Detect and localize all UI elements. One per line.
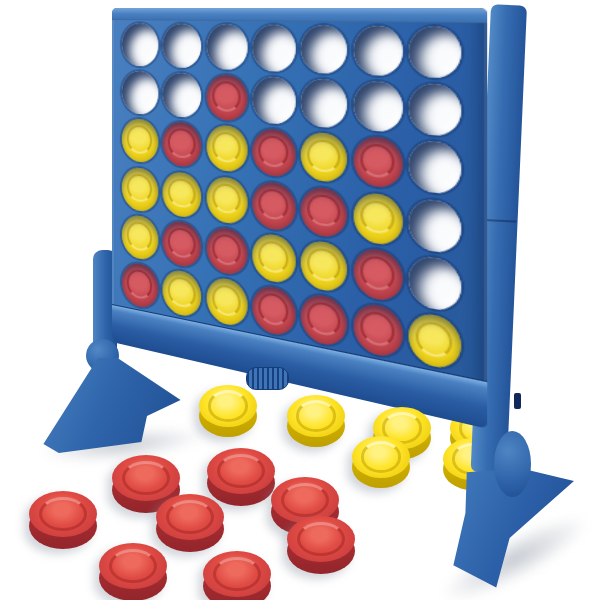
cell-r6c3-yellow-disc[interactable]	[206, 276, 247, 329]
yellow-disc-face	[199, 385, 257, 427]
cell-r2c2-empty[interactable]	[163, 72, 202, 118]
cell-r5c3-red-disc[interactable]	[206, 225, 247, 277]
red-disc-face	[207, 448, 275, 494]
cell-r5c1-yellow-disc[interactable]	[122, 213, 159, 262]
cell-r6c1-red-disc[interactable]	[122, 261, 159, 311]
red-disc-face	[29, 491, 97, 537]
loose-red-disc-8[interactable]	[203, 551, 271, 600]
cell-r3c7-empty[interactable]	[408, 140, 461, 196]
cell-r1c2-empty[interactable]	[163, 23, 202, 68]
cell-r3c1-yellow-disc[interactable]	[122, 118, 159, 164]
loose-red-disc-6[interactable]	[287, 516, 355, 574]
cell-r2c6-empty[interactable]	[353, 80, 402, 133]
table-scene	[0, 0, 600, 600]
cell-r6c2-yellow-disc[interactable]	[163, 268, 202, 319]
cell-r4c4-red-disc[interactable]	[252, 180, 295, 232]
cell-r1c7-empty[interactable]	[408, 26, 461, 79]
cell-r5c5-yellow-disc[interactable]	[301, 239, 347, 294]
cell-r5c2-red-disc[interactable]	[163, 219, 202, 269]
right-stand-hinge	[494, 431, 531, 497]
cell-r4c7-empty[interactable]	[408, 197, 461, 255]
cell-r6c6-red-disc[interactable]	[353, 301, 402, 360]
cell-r5c4-yellow-disc[interactable]	[252, 232, 295, 285]
cell-r1c4-empty[interactable]	[252, 24, 295, 72]
cell-r3c2-red-disc[interactable]	[163, 121, 202, 169]
red-disc-face	[287, 516, 355, 562]
cell-r6c5-red-disc[interactable]	[301, 292, 347, 349]
cell-r5c7-empty[interactable]	[408, 254, 461, 314]
cell-r3c5-yellow-disc[interactable]	[301, 132, 347, 184]
cell-r2c4-empty[interactable]	[252, 76, 295, 125]
loose-yellow-disc-4[interactable]	[352, 436, 410, 488]
cell-r6c7-yellow-disc[interactable]	[408, 311, 461, 372]
cell-r1c1-empty[interactable]	[122, 23, 159, 67]
cell-r6c4-red-disc[interactable]	[252, 284, 295, 339]
cell-r3c3-yellow-disc[interactable]	[206, 124, 247, 173]
cell-r2c5-empty[interactable]	[301, 78, 347, 129]
cell-r4c5-red-disc[interactable]	[301, 185, 347, 239]
loose-red-disc-7[interactable]	[99, 543, 167, 600]
yellow-disc-face	[352, 436, 410, 478]
right-stand-slot	[514, 393, 521, 409]
yellow-disc-face	[287, 395, 345, 437]
cell-r4c2-yellow-disc[interactable]	[163, 170, 202, 219]
cell-r2c7-empty[interactable]	[408, 83, 461, 137]
cell-r3c4-red-disc[interactable]	[252, 128, 295, 179]
red-disc-face	[203, 551, 271, 597]
loose-yellow-disc-1[interactable]	[199, 385, 257, 437]
cell-r4c6-yellow-disc[interactable]	[353, 191, 402, 247]
cell-r4c3-yellow-disc[interactable]	[206, 175, 247, 225]
cell-r1c3-empty[interactable]	[206, 24, 247, 70]
red-disc-face	[156, 494, 224, 540]
cell-r1c5-empty[interactable]	[301, 25, 347, 74]
cell-r4c1-yellow-disc[interactable]	[122, 166, 159, 213]
board-grid	[120, 20, 464, 376]
cell-r3c6-red-disc[interactable]	[353, 136, 402, 190]
cell-r2c1-empty[interactable]	[122, 70, 159, 115]
loose-red-disc-4[interactable]	[29, 491, 97, 549]
cell-r1c6-empty[interactable]	[353, 25, 402, 76]
cell-r2c3-red-disc[interactable]	[206, 74, 247, 122]
loose-yellow-disc-2[interactable]	[287, 395, 345, 447]
cell-r5c6-red-disc[interactable]	[353, 246, 402, 303]
red-disc-face	[99, 543, 167, 589]
